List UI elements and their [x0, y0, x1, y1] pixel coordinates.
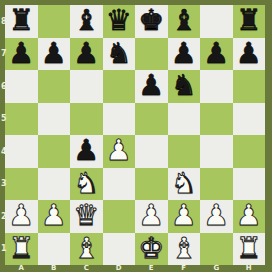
square-h8[interactable]: ♜	[233, 5, 266, 38]
black-knight[interactable]: ♞	[106, 37, 132, 70]
white-pawn[interactable]: ♟	[106, 134, 132, 167]
file-label-a: A	[5, 263, 38, 272]
square-c2[interactable]: ♛	[70, 200, 103, 233]
white-pawn[interactable]: ♟	[8, 199, 34, 232]
square-h6[interactable]	[233, 70, 266, 103]
square-f5[interactable]	[168, 103, 201, 136]
square-c7[interactable]: ♟	[70, 38, 103, 71]
square-e2[interactable]: ♟	[135, 200, 168, 233]
square-e1[interactable]: ♚	[135, 233, 168, 266]
square-a7[interactable]: ♟	[5, 38, 38, 71]
square-d8[interactable]: ♛	[103, 5, 136, 38]
square-h7[interactable]: ♟	[233, 38, 266, 71]
square-b3[interactable]	[38, 168, 71, 201]
square-e4[interactable]	[135, 135, 168, 168]
white-pawn[interactable]: ♟	[236, 199, 262, 232]
rank-label-2: 2	[1, 200, 9, 233]
square-c5[interactable]	[70, 103, 103, 136]
square-a4[interactable]	[5, 135, 38, 168]
black-pawn[interactable]: ♟	[8, 37, 34, 70]
file-label-c: C	[70, 263, 103, 272]
chess-board: ♜♝♛♚♝♜♟♟♟♞♟♟♟♟♞♟♟♞♞♟♟♛♟♟♟♟♜♝♚♝♜ 87654321…	[0, 0, 272, 272]
rank-label-4: 4	[1, 135, 9, 168]
square-h2[interactable]: ♟	[233, 200, 266, 233]
square-d3[interactable]	[103, 168, 136, 201]
black-knight[interactable]: ♞	[171, 69, 197, 102]
rank-label-7: 7	[1, 38, 9, 71]
square-a3[interactable]	[5, 168, 38, 201]
black-pawn[interactable]: ♟	[203, 37, 229, 70]
white-pawn[interactable]: ♟	[138, 199, 164, 232]
black-bishop[interactable]: ♝	[73, 4, 99, 37]
square-g3[interactable]	[200, 168, 233, 201]
square-g4[interactable]	[200, 135, 233, 168]
black-bishop[interactable]: ♝	[171, 4, 197, 37]
square-d7[interactable]: ♞	[103, 38, 136, 71]
black-pawn[interactable]: ♟	[138, 69, 164, 102]
white-knight[interactable]: ♞	[73, 167, 99, 200]
square-f7[interactable]: ♟	[168, 38, 201, 71]
white-queen[interactable]: ♛	[73, 199, 99, 232]
square-g6[interactable]	[200, 70, 233, 103]
file-label-h: H	[233, 263, 266, 272]
square-b5[interactable]	[38, 103, 71, 136]
square-e7[interactable]	[135, 38, 168, 71]
square-c3[interactable]: ♞	[70, 168, 103, 201]
square-f1[interactable]: ♝	[168, 233, 201, 266]
square-e3[interactable]	[135, 168, 168, 201]
square-d6[interactable]	[103, 70, 136, 103]
square-c1[interactable]: ♝	[70, 233, 103, 266]
square-b2[interactable]: ♟	[38, 200, 71, 233]
square-h4[interactable]	[233, 135, 266, 168]
square-e8[interactable]: ♚	[135, 5, 168, 38]
square-e5[interactable]	[135, 103, 168, 136]
square-h5[interactable]	[233, 103, 266, 136]
square-f6[interactable]: ♞	[168, 70, 201, 103]
white-pawn[interactable]: ♟	[171, 199, 197, 232]
file-label-b: B	[38, 263, 71, 272]
black-rook[interactable]: ♜	[236, 4, 262, 37]
white-knight[interactable]: ♞	[171, 167, 197, 200]
square-g1[interactable]	[200, 233, 233, 266]
square-d5[interactable]	[103, 103, 136, 136]
rank-label-6: 6	[1, 70, 9, 103]
square-b4[interactable]	[38, 135, 71, 168]
black-pawn[interactable]: ♟	[171, 37, 197, 70]
square-d4[interactable]: ♟	[103, 135, 136, 168]
square-a8[interactable]: ♜	[5, 5, 38, 38]
white-rook[interactable]: ♜	[8, 232, 34, 265]
square-h3[interactable]	[233, 168, 266, 201]
black-queen[interactable]: ♛	[106, 4, 132, 37]
board-grid: ♜♝♛♚♝♜♟♟♟♞♟♟♟♟♞♟♟♞♞♟♟♛♟♟♟♟♜♝♚♝♜	[5, 5, 265, 265]
white-king[interactable]: ♚	[138, 232, 164, 265]
square-b8[interactable]	[38, 5, 71, 38]
square-d2[interactable]	[103, 200, 136, 233]
square-c6[interactable]	[70, 70, 103, 103]
square-d1[interactable]	[103, 233, 136, 266]
rank-label-3: 3	[1, 168, 9, 201]
white-bishop[interactable]: ♝	[73, 232, 99, 265]
file-label-d: D	[103, 263, 136, 272]
square-b6[interactable]	[38, 70, 71, 103]
black-pawn[interactable]: ♟	[73, 134, 99, 167]
file-label-f: F	[168, 263, 201, 272]
black-pawn[interactable]: ♟	[236, 37, 262, 70]
square-e6[interactable]: ♟	[135, 70, 168, 103]
white-pawn[interactable]: ♟	[41, 199, 67, 232]
square-g8[interactable]	[200, 5, 233, 38]
rank-label-1: 1	[1, 233, 9, 266]
square-b1[interactable]	[38, 233, 71, 266]
square-f8[interactable]: ♝	[168, 5, 201, 38]
square-h1[interactable]: ♜	[233, 233, 266, 266]
square-a1[interactable]: ♜	[5, 233, 38, 266]
file-label-e: E	[135, 263, 168, 272]
square-a6[interactable]	[5, 70, 38, 103]
square-f4[interactable]	[168, 135, 201, 168]
white-rook[interactable]: ♜	[236, 232, 262, 265]
square-a5[interactable]	[5, 103, 38, 136]
rank-label-8: 8	[1, 5, 9, 38]
square-g7[interactable]: ♟	[200, 38, 233, 71]
black-king[interactable]: ♚	[138, 4, 164, 37]
black-pawn[interactable]: ♟	[41, 37, 67, 70]
square-f2[interactable]: ♟	[168, 200, 201, 233]
square-g5[interactable]	[200, 103, 233, 136]
white-bishop[interactable]: ♝	[171, 232, 197, 265]
square-a2[interactable]: ♟	[5, 200, 38, 233]
rank-label-5: 5	[1, 103, 9, 136]
black-rook[interactable]: ♜	[8, 4, 34, 37]
square-f3[interactable]: ♞	[168, 168, 201, 201]
square-c4[interactable]: ♟	[70, 135, 103, 168]
square-c8[interactable]: ♝	[70, 5, 103, 38]
square-g2[interactable]: ♟	[200, 200, 233, 233]
square-b7[interactable]: ♟	[38, 38, 71, 71]
white-pawn[interactable]: ♟	[203, 199, 229, 232]
black-pawn[interactable]: ♟	[73, 37, 99, 70]
file-label-g: G	[200, 263, 233, 272]
